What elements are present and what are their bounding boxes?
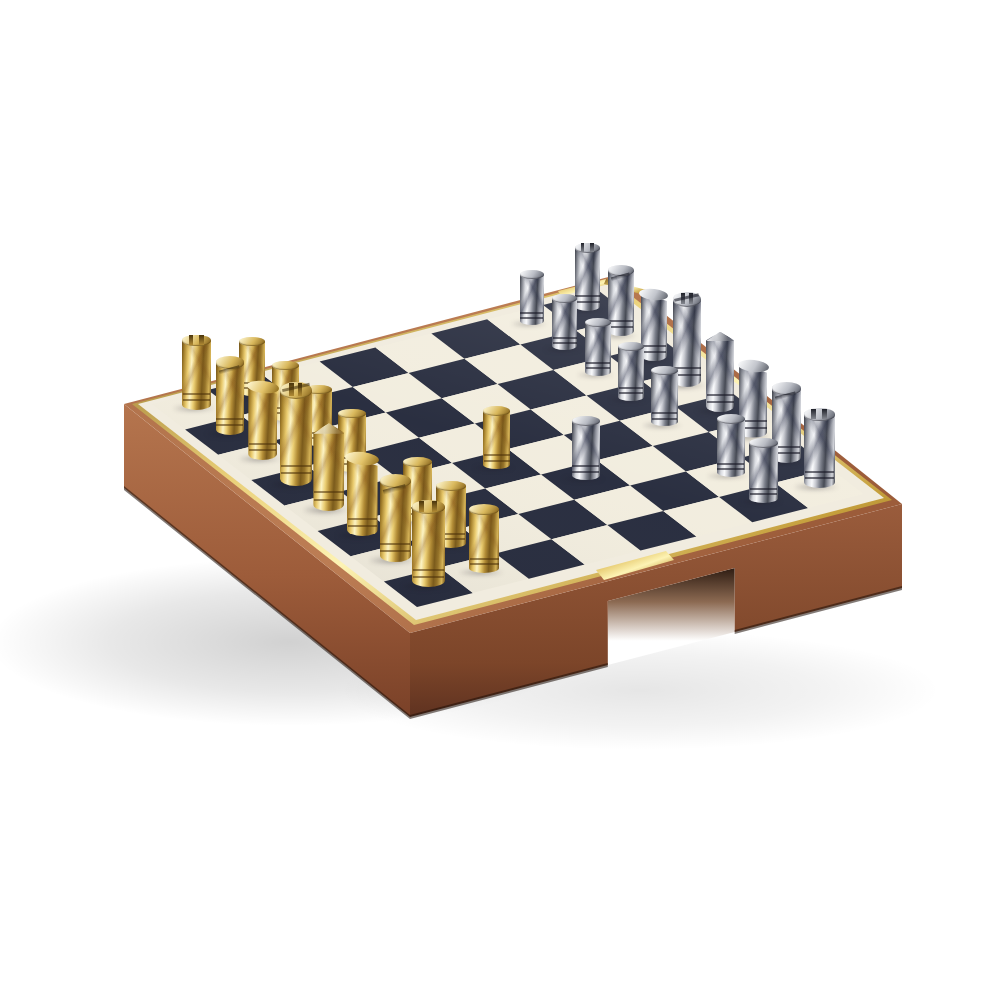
product-photo bbox=[0, 0, 1000, 1000]
chess-board-and-box bbox=[0, 0, 1000, 1000]
